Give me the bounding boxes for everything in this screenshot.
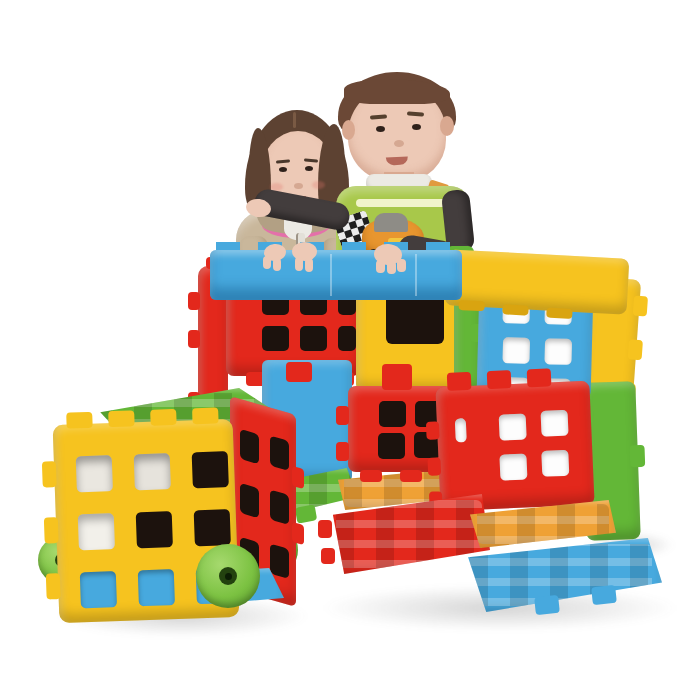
product-photo xyxy=(0,0,700,700)
girl-finger xyxy=(305,258,313,272)
left-tooth xyxy=(336,442,349,461)
side-tooth xyxy=(629,445,645,468)
waffle-hole xyxy=(338,326,356,351)
waffle-hole xyxy=(78,513,115,550)
open-hole xyxy=(502,337,530,364)
boy-eye-left xyxy=(376,126,385,132)
girl-eye-right xyxy=(305,166,313,171)
top-tooth xyxy=(192,407,219,424)
blue-floor-tooth xyxy=(591,585,617,605)
waffle-hole xyxy=(262,326,289,351)
block-red-waffle-lower-right xyxy=(435,381,594,512)
top-tooth xyxy=(66,412,93,429)
open-hole xyxy=(544,338,572,365)
girl-nose xyxy=(294,183,303,189)
block-yellow-roof xyxy=(445,249,630,314)
left-tooth xyxy=(336,406,349,425)
blue-floor-tooth xyxy=(534,595,560,615)
waffle-hole xyxy=(378,433,405,459)
girl-finger xyxy=(263,256,271,269)
roof-seam xyxy=(415,254,417,296)
top-tooth xyxy=(527,368,552,387)
boy-eye-right xyxy=(412,124,421,130)
girl-hair-part xyxy=(293,112,296,128)
top-tooth xyxy=(382,364,412,390)
wheel-hub-dot xyxy=(225,573,232,580)
waffle-hole-base xyxy=(138,569,175,606)
roof-tooth xyxy=(546,308,572,319)
boy-shirt-lettering xyxy=(356,199,448,207)
roof-seam xyxy=(330,254,332,296)
boy-ear-left xyxy=(342,120,355,140)
side-tooth xyxy=(628,339,643,360)
waffle-hole xyxy=(270,489,289,524)
boy-nose xyxy=(394,140,404,147)
left-tooth xyxy=(427,457,441,476)
waffle-hole xyxy=(240,483,259,518)
girl-cheek-right xyxy=(312,181,325,189)
red-floor-tooth xyxy=(321,548,335,564)
open-hole xyxy=(541,450,569,477)
bottom-tooth xyxy=(360,470,382,482)
open-hole xyxy=(540,410,568,437)
girl-finger xyxy=(295,257,303,271)
boy-finger xyxy=(397,259,406,272)
red-interlock-tooth xyxy=(286,362,312,382)
left-tooth xyxy=(426,421,440,440)
cart-wheel-front xyxy=(196,544,260,608)
green-floor-tooth xyxy=(295,504,317,523)
side-tooth xyxy=(292,522,304,545)
boy-shirt-car-window xyxy=(374,213,408,232)
waffle-hole xyxy=(192,451,229,488)
left-tooth xyxy=(44,517,59,543)
top-tooth xyxy=(447,372,472,391)
top-tooth xyxy=(150,409,177,426)
boy-finger xyxy=(387,261,396,274)
top-tooth xyxy=(487,370,512,389)
waffle-hole xyxy=(240,429,259,464)
side-tooth xyxy=(292,466,304,489)
girl-eye-left xyxy=(279,167,287,172)
block-blue-roof xyxy=(210,250,462,300)
left-tooth xyxy=(46,573,61,599)
roof-tooth xyxy=(458,300,484,311)
waffle-hole xyxy=(76,455,113,492)
boy-finger xyxy=(376,260,385,273)
open-hole xyxy=(455,418,467,442)
open-hole xyxy=(499,454,527,481)
top-tooth xyxy=(108,410,135,427)
bottom-tooth xyxy=(400,470,422,482)
waffle-hole xyxy=(379,401,406,427)
waffle-hole xyxy=(136,511,173,548)
red-floor-tooth xyxy=(318,520,332,538)
red-column-tooth-1 xyxy=(188,292,200,310)
girl-finger xyxy=(273,258,281,271)
waffle-hole xyxy=(134,453,171,490)
waffle-hole xyxy=(270,435,289,470)
boy-ear-right xyxy=(440,116,454,136)
left-tooth xyxy=(42,461,57,487)
waffle-hole xyxy=(300,326,327,351)
waffle-hole xyxy=(270,543,289,578)
side-tooth xyxy=(633,296,648,317)
waffle-hole xyxy=(194,509,231,546)
red-column-tooth-2 xyxy=(188,330,200,348)
waffle-hole-base xyxy=(80,571,117,608)
roof-tooth xyxy=(502,304,528,315)
open-hole xyxy=(499,414,527,441)
